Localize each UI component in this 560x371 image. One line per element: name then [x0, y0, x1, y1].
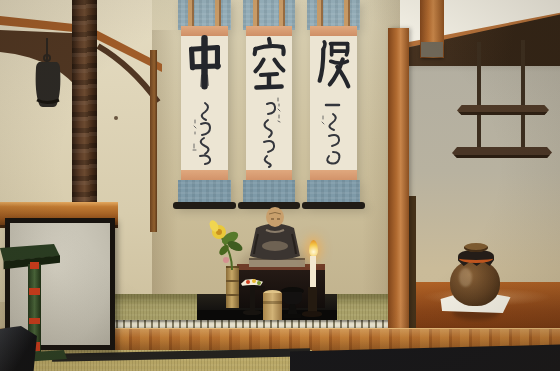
- pedestal-foot: [243, 310, 261, 315]
- bamboo-vase: [226, 266, 239, 308]
- statue-hands: [262, 241, 288, 251]
- wooden-container-band: [263, 301, 282, 304]
- log-post-texture: [72, 0, 97, 218]
- shelf-rod-right: [521, 40, 525, 156]
- wall-hook: [114, 116, 118, 120]
- scroll-left-inscription: [191, 100, 217, 168]
- alcove-right-pillar: [388, 28, 409, 332]
- scroll-right: [307, 0, 360, 210]
- flower-bud: [223, 257, 229, 263]
- leg-tie-1: [30, 262, 39, 269]
- scroll-left-kanji: [186, 34, 223, 96]
- scroll-right-mount-bottom: [307, 180, 360, 204]
- bamboo-node-2: [226, 294, 239, 296]
- scroll-center-mount-bottom: [243, 180, 295, 204]
- tea-room-photo: Japanese tea-room alcove: three calligra…: [0, 0, 560, 371]
- leg-tie-3: [29, 318, 40, 324]
- scroll-left-mount-bottom: [178, 180, 231, 204]
- flower-arrangement: [206, 216, 250, 272]
- monk-statue: [244, 204, 306, 262]
- shelf-rod-left: [477, 42, 481, 156]
- right-frame-strip: [408, 196, 416, 332]
- candle-stick: [310, 256, 316, 289]
- scroll-left-roller: [173, 202, 236, 209]
- candle-flame: [309, 240, 318, 257]
- left-rail: [0, 16, 74, 32]
- pillar-cap: [421, 42, 443, 57]
- tea-bowl-stand-base: [284, 314, 301, 318]
- scroll-center: [243, 0, 295, 210]
- pedestal-stem: [250, 289, 255, 311]
- log-post: [72, 0, 97, 218]
- tea-jar-cord: [459, 254, 493, 263]
- leg-tie-2: [29, 288, 40, 295]
- scroll-left: [178, 0, 231, 210]
- candle-stand-shaft: [308, 287, 317, 313]
- tea-jar-lid: [464, 243, 488, 252]
- scroll-center-kanji: [251, 34, 287, 96]
- bamboo-node-1: [226, 280, 239, 282]
- tea-jar-body: [450, 260, 500, 306]
- hanging-shelf-upper: [457, 105, 549, 115]
- wooden-container: [263, 293, 282, 320]
- scroll-right-kanji: [315, 34, 352, 96]
- hanging-shelf-lower: [452, 147, 552, 158]
- tea-jar-highlight: [459, 268, 472, 287]
- offering-food-1: [246, 280, 250, 284]
- scroll-center-inscription: [255, 96, 283, 168]
- alcove-left-trim: [150, 50, 157, 232]
- statue-head: [266, 207, 284, 227]
- tea-bowl-body: [283, 292, 302, 305]
- offering-food-2: [252, 279, 256, 283]
- candle-stand-base: [302, 311, 322, 317]
- scroll-right-roller: [302, 202, 365, 209]
- scroll-right-inscription: [320, 100, 346, 170]
